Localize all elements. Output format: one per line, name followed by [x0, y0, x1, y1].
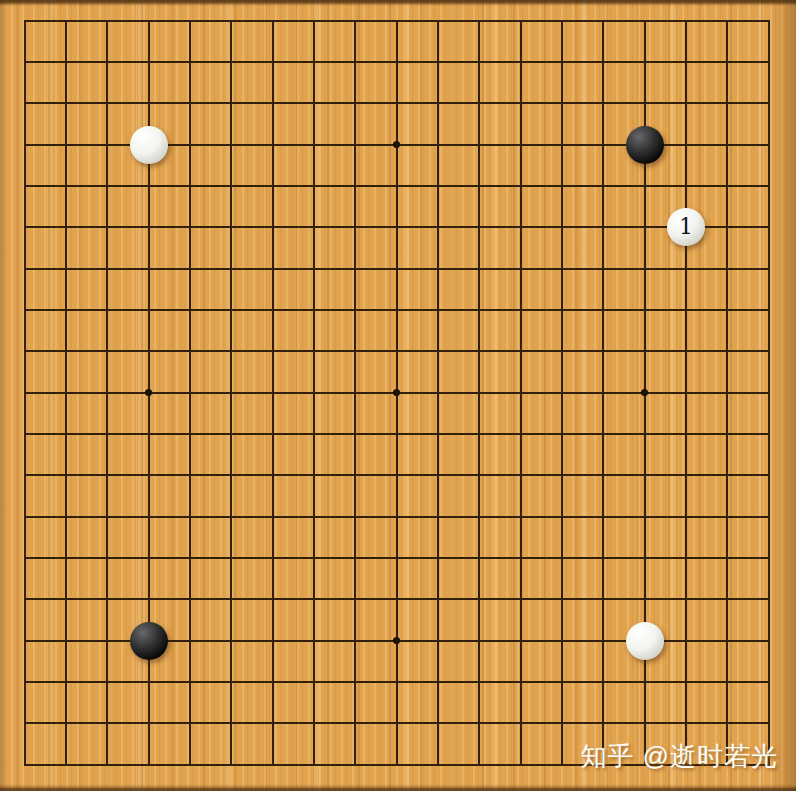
stone-white-D16: [130, 126, 168, 164]
stone-black-Q16: [626, 126, 664, 164]
star-point: [393, 637, 400, 644]
star-point: [145, 389, 152, 396]
watermark: 知乎 @逝时若光: [580, 739, 778, 774]
star-point: [393, 141, 400, 148]
go-diagram: 1 知乎 @逝时若光: [0, 0, 796, 791]
star-point: [641, 389, 648, 396]
move-number-label: 1: [679, 216, 693, 238]
stone-black-D4: [130, 622, 168, 660]
intersections-grid: 1: [4, 0, 790, 785]
watermark-text: 知乎 @逝时若光: [580, 741, 778, 771]
star-point: [393, 389, 400, 396]
stone-white-Q4: [626, 622, 664, 660]
go-board: 1 知乎 @逝时若光: [0, 0, 796, 791]
stone-white-R14: 1: [667, 208, 705, 246]
